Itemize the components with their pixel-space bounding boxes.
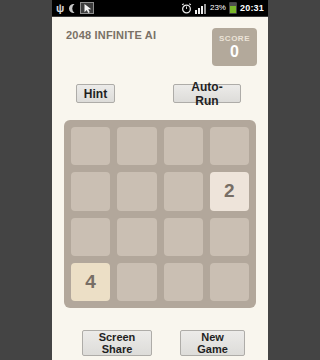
cell-r4c2 bbox=[117, 263, 156, 301]
cell-r3c3 bbox=[164, 218, 203, 256]
status-time: 20:31 bbox=[240, 4, 264, 13]
app-screen: ψ 23% bbox=[52, 0, 268, 360]
alarm-icon bbox=[181, 3, 192, 14]
cell-r2c1 bbox=[71, 172, 110, 210]
cell-r1c3 bbox=[164, 127, 203, 165]
cell-r2c2 bbox=[117, 172, 156, 210]
battery-percent: 23% bbox=[210, 4, 226, 12]
cell-r4c4 bbox=[210, 263, 249, 301]
usb-icon: ψ bbox=[56, 3, 64, 14]
tile-2-r2c4: 2 bbox=[210, 172, 249, 210]
auto-run-button[interactable]: Auto-Run bbox=[173, 84, 241, 103]
board[interactable]: 24 bbox=[64, 120, 256, 308]
cell-r3c4 bbox=[210, 218, 249, 256]
hint-button[interactable]: Hint bbox=[76, 84, 115, 103]
cell-r3c2 bbox=[117, 218, 156, 256]
battery-icon bbox=[229, 2, 237, 14]
signal-strength-icon bbox=[195, 3, 207, 14]
tile-4-r4c1: 4 bbox=[71, 263, 110, 301]
status-bar-left: ψ bbox=[52, 2, 181, 14]
status-bar-right: 23% 20:31 bbox=[181, 2, 268, 14]
score-box: SCORE 0 bbox=[212, 28, 257, 66]
score-label: SCORE bbox=[219, 34, 250, 43]
cell-r1c4 bbox=[210, 127, 249, 165]
page-title: 2048 INFINITE AI bbox=[66, 29, 156, 41]
new-game-button[interactable]: New Game bbox=[180, 330, 245, 356]
pointer-capture-icon bbox=[80, 2, 94, 14]
cell-r4c3 bbox=[164, 263, 203, 301]
screen-share-button[interactable]: Screen Share bbox=[82, 330, 152, 356]
cell-r2c3 bbox=[164, 172, 203, 210]
score-value: 0 bbox=[230, 43, 239, 61]
cell-r3c1 bbox=[71, 218, 110, 256]
night-mode-moon-icon bbox=[67, 3, 77, 14]
cell-r1c2 bbox=[117, 127, 156, 165]
status-bar: ψ 23% bbox=[52, 0, 268, 17]
cell-r1c1 bbox=[71, 127, 110, 165]
